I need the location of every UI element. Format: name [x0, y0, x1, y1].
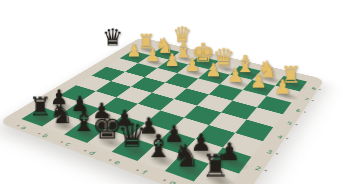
piece-camel-pawn-d7[interactable]: ♟: [184, 56, 200, 74]
rank-label-4: 4: [276, 135, 284, 140]
file-label-a: a: [19, 126, 28, 131]
board-border: ♜♞♝♚♛♝♞♜♟♟♟♟♟♟♟♟♟♟♟♟♟♟♟♟♜♞♝♚♛♝♞♜ abcdefg…: [0, 37, 325, 184]
rank-label-6: 6: [295, 109, 302, 113]
piece-black-bishop-f1[interactable]: ♝: [144, 130, 172, 162]
piece-camel-pawn-e7[interactable]: ♟: [205, 61, 222, 79]
piece-black-rook-h1[interactable]: ♜: [202, 151, 230, 182]
rank-label-8: 8: [310, 87, 316, 91]
rank-label-2: 2: [254, 166, 263, 172]
perspective-scene: ♜♞♝♚♛♝♞♜♟♟♟♟♟♟♟♟♟♟♟♟♟♟♟♟♜♞♝♚♛♝♞♜ abcdefg…: [0, 0, 350, 184]
rank-label-7: 7: [303, 98, 309, 102]
chess-board[interactable]: ♜♞♝♚♛♝♞♜♟♟♟♟♟♟♟♟♟♟♟♟♟♟♟♟♜♞♝♚♛♝♞♜: [21, 43, 307, 184]
piece-camel-pawn-c7[interactable]: ♟: [164, 51, 180, 69]
piece-camel-pawn-g7[interactable]: ♟: [250, 71, 267, 90]
file-label-f: f: [140, 170, 148, 176]
file-label-e: e: [112, 160, 121, 166]
piece-black-knight-g1[interactable]: ♞: [172, 140, 200, 171]
file-label-d: d: [87, 151, 97, 157]
piece-camel-pawn-h7[interactable]: ♟: [274, 77, 292, 97]
photo-stage: ♜♞♝♚♛♝♞♜♟♟♟♟♟♟♟♟♟♟♟♟♟♟♟♟♜♞♝♚♛♝♞♜ abcdefg…: [0, 0, 350, 184]
piece-camel-pawn-f7[interactable]: ♟: [227, 66, 244, 85]
file-label-c: c: [63, 142, 72, 147]
piece-camel-pawn-a7[interactable]: ♟: [126, 42, 141, 59]
piece-black-queen-e1[interactable]: ♛: [117, 120, 147, 153]
file-label-b: b: [40, 134, 49, 139]
rank-label-5: 5: [286, 121, 293, 126]
file-label-g: g: [168, 180, 178, 184]
rank-label-3: 3: [265, 150, 273, 156]
extra-black-queen[interactable]: ♛: [102, 26, 123, 49]
piece-camel-pawn-b7[interactable]: ♟: [145, 47, 161, 64]
